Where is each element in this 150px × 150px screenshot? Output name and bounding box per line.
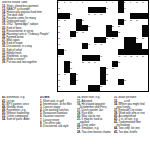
black-cell: [70, 73, 76, 79]
grid-cell[interactable]: [112, 49, 118, 55]
cell-number: 18: [100, 13, 102, 15]
grid-cell[interactable]: [88, 19, 94, 25]
cell-number: 15: [70, 13, 72, 15]
grid-cell[interactable]: [142, 79, 148, 85]
grid-cell[interactable]: 54: [94, 61, 100, 67]
across-clues-column: and the Round Table 12. Short, sleeveles…: [2, 1, 56, 94]
grid-cell[interactable]: [130, 79, 136, 85]
grid-cell[interactable]: [142, 67, 148, 73]
cell-number: 67: [58, 85, 60, 87]
clue-number: 39.: [2, 61, 7, 64]
grid-cell[interactable]: [94, 79, 100, 85]
grid-cell[interactable]: [88, 79, 94, 85]
cell-number: 66: [124, 79, 126, 81]
grid-cell[interactable]: [82, 73, 88, 79]
grid-cell[interactable]: [112, 55, 118, 61]
grid-cell[interactable]: 68: [100, 85, 106, 91]
cell-number: 25: [58, 25, 60, 27]
black-cell: [118, 1, 124, 7]
grid-cell[interactable]: [124, 67, 130, 73]
grid-cell[interactable]: [124, 13, 130, 19]
black-cell: [142, 49, 148, 55]
cell-number: 59: [58, 73, 60, 75]
grid-cell[interactable]: [76, 49, 82, 55]
cell-number: 57: [106, 67, 108, 69]
cell-number: 51: [70, 61, 72, 63]
grid-cell[interactable]: 34: [70, 37, 76, 43]
grid-cell[interactable]: [76, 61, 82, 67]
grid-cell[interactable]: [118, 85, 124, 91]
clue-number: 9.: [40, 124, 43, 127]
cell-number: 68: [100, 85, 102, 87]
grid-cell[interactable]: [100, 49, 106, 55]
grid-cell[interactable]: [64, 37, 70, 43]
black-cell: [70, 31, 76, 37]
cell-number: 41: [94, 43, 96, 45]
black-cell: [118, 79, 124, 85]
grid-cell[interactable]: 27: [112, 25, 118, 31]
grid-cell[interactable]: 8: [124, 1, 130, 7]
cell-number: 48: [130, 55, 132, 57]
cell-number: 14: [124, 7, 126, 9]
grid-cell[interactable]: 30: [76, 31, 82, 37]
black-cell: [124, 49, 130, 55]
cell-number: 61: [76, 73, 78, 75]
grid-cell[interactable]: 52: [82, 61, 88, 67]
grid-cell[interactable]: 53: [88, 61, 94, 67]
grid-cell[interactable]: [118, 37, 124, 43]
grid-cell[interactable]: [142, 19, 148, 25]
grid-cell[interactable]: 44: [58, 55, 64, 61]
black-cell: [130, 37, 136, 43]
grid-cell[interactable]: [112, 73, 118, 79]
grid-cell[interactable]: [106, 43, 112, 49]
cell-number: 27: [112, 25, 114, 27]
grid-cell[interactable]: [136, 85, 142, 91]
crossword-grid: 1234567891011121314151617181920212223242…: [57, 0, 149, 92]
grid-cell[interactable]: 21: [82, 19, 88, 25]
black-cell: [58, 13, 64, 19]
grid-cell[interactable]: 43: [64, 49, 70, 55]
grid-cell[interactable]: [136, 31, 142, 37]
grid-cell[interactable]: [88, 73, 94, 79]
grid-cell[interactable]: 49: [136, 55, 142, 61]
clue-number: 54.: [2, 118, 7, 121]
grid-cell[interactable]: [112, 79, 118, 85]
grid-cell[interactable]: 45: [100, 55, 106, 61]
grid-cell[interactable]: [70, 7, 76, 13]
black-cell: [130, 43, 136, 49]
black-cell: [118, 19, 124, 25]
black-cell: [106, 31, 112, 37]
cell-number: 7: [112, 1, 113, 3]
grid-cell[interactable]: 29: [58, 31, 64, 37]
black-cell: [100, 67, 106, 73]
grid-cell[interactable]: [94, 31, 100, 37]
across-clues-continued-column: 40. Bohemian, e.g.41. Let go47. BP's par…: [2, 96, 38, 149]
grid-cell[interactable]: [118, 43, 124, 49]
grid-cell[interactable]: [136, 25, 142, 31]
cell-number: 42: [100, 43, 102, 45]
cell-number: 53: [88, 61, 90, 63]
grid-cell[interactable]: [106, 49, 112, 55]
grid-cell[interactable]: 19: [58, 19, 64, 25]
black-cell: [100, 37, 106, 43]
grid-cell[interactable]: 1: [58, 1, 64, 7]
grid-cell[interactable]: [142, 43, 148, 49]
grid-cell[interactable]: 64: [76, 79, 82, 85]
black-cell: [142, 31, 148, 37]
cell-number: 38: [142, 37, 144, 39]
cell-number: 43: [64, 49, 66, 51]
grid-cell[interactable]: [58, 61, 64, 67]
grid-cell[interactable]: [82, 49, 88, 55]
clue-item: 9. Discovered, old-style: [40, 124, 75, 127]
grid-cell[interactable]: [112, 85, 118, 91]
grid-cell[interactable]: 31: [82, 31, 88, 37]
down-clues-column-1: DOWN1. Short putt, in golf2. Intermissio…: [40, 96, 76, 149]
black-cell: [118, 49, 124, 55]
black-cell: [130, 49, 136, 55]
grid-cell[interactable]: 23: [130, 19, 136, 25]
cell-number: 39: [58, 43, 60, 45]
down-clues-column-3: 31. Make possible32. ___ a roll34. Where…: [114, 96, 150, 149]
grid-cell[interactable]: 7: [112, 1, 118, 7]
black-cell: [118, 7, 124, 13]
black-cell: [100, 7, 106, 13]
grid-cell[interactable]: 11: [142, 1, 148, 7]
black-cell: [136, 43, 142, 49]
cell-number: 19: [58, 19, 60, 21]
cell-number: 31: [82, 31, 84, 33]
grid-cell[interactable]: [124, 61, 130, 67]
grid-cell[interactable]: [136, 7, 142, 13]
grid-cell[interactable]: [130, 85, 136, 91]
grid-cell[interactable]: 56: [70, 67, 76, 73]
grid-cell[interactable]: 65: [106, 79, 112, 85]
grid-cell[interactable]: [88, 1, 94, 7]
grid-cell[interactable]: 37: [136, 37, 142, 43]
black-cell: [136, 13, 142, 19]
grid-cell[interactable]: [112, 19, 118, 25]
cell-number: 29: [58, 31, 60, 33]
clue-item: 54. Sum of parts: Abbr.: [2, 118, 37, 121]
grid-cell[interactable]: 3: [70, 1, 76, 7]
grid-cell[interactable]: 25: [58, 25, 64, 31]
black-cell: [58, 49, 64, 55]
grid-cell[interactable]: 50: [142, 55, 148, 61]
grid-cell[interactable]: 22: [124, 19, 130, 25]
grid-cell[interactable]: [100, 61, 106, 67]
grid-cell[interactable]: 36: [112, 37, 118, 43]
clue-item: 45. Toy dog, briefly: [114, 130, 149, 133]
clue-number: 43.: [114, 121, 119, 124]
grid-cell[interactable]: [136, 61, 142, 67]
black-cell: [124, 37, 130, 43]
black-cell: [82, 25, 88, 31]
grid-cell[interactable]: 13: [106, 7, 112, 13]
grid-cell[interactable]: [70, 19, 76, 25]
cell-number: 8: [124, 1, 125, 3]
grid-cell[interactable]: 41: [94, 43, 100, 49]
grid-cell[interactable]: [82, 37, 88, 43]
grid-cell[interactable]: 35: [106, 37, 112, 43]
cell-number: 28: [118, 25, 120, 27]
grid-cell[interactable]: 24: [136, 19, 142, 25]
crossword-puzzle-page: and the Round Table 12. Short, sleeveles…: [0, 0, 150, 150]
cell-number: 10: [136, 1, 138, 3]
grid-cell[interactable]: [130, 7, 136, 13]
grid-cell[interactable]: 66: [124, 79, 130, 85]
cell-number: 4: [76, 1, 77, 3]
grid-cell[interactable]: 14: [124, 7, 130, 13]
cell-number: 13: [106, 7, 108, 9]
grid-cell[interactable]: [70, 43, 76, 49]
cell-number: 3: [70, 1, 71, 3]
grid-cell[interactable]: 28: [118, 25, 124, 31]
cell-number: 63: [58, 79, 60, 81]
grid-cell[interactable]: [94, 19, 100, 25]
cell-number: 37: [136, 37, 138, 39]
grid-cell[interactable]: [106, 85, 112, 91]
cell-number: 46: [118, 55, 120, 57]
grid-cell[interactable]: 42: [100, 43, 106, 49]
grid-cell[interactable]: 38: [142, 37, 148, 43]
grid-cell[interactable]: 17: [94, 13, 100, 19]
cell-number: 21: [82, 19, 84, 21]
cell-number: 62: [106, 73, 108, 75]
cell-number: 5: [82, 1, 83, 3]
grid-cell[interactable]: [64, 43, 70, 49]
cell-number: 44: [58, 55, 60, 57]
grid-cell[interactable]: [64, 55, 70, 61]
grid-cell[interactable]: [82, 7, 88, 13]
grid-cell[interactable]: [82, 13, 88, 19]
grid-cell[interactable]: [94, 1, 100, 7]
cell-number: 56: [70, 67, 72, 69]
grid-cell[interactable]: 20: [64, 19, 70, 25]
black-cell: [94, 85, 100, 91]
grid-cell[interactable]: [100, 19, 106, 25]
cell-number: 32: [118, 31, 120, 33]
cell-number: 52: [82, 61, 84, 63]
grid-cell[interactable]: [94, 49, 100, 55]
cell-number: 11: [142, 1, 144, 3]
cell-number: 33: [58, 37, 60, 39]
clue-item: 28. Two-time boxing champ: [77, 130, 112, 133]
grid-cell[interactable]: [142, 61, 148, 67]
cell-number: 40: [88, 43, 90, 45]
cell-number: 65: [106, 79, 108, 81]
grid-cell[interactable]: [142, 85, 148, 91]
grid-cell[interactable]: [112, 43, 118, 49]
cell-number: 1: [58, 1, 59, 3]
black-cell: [136, 49, 142, 55]
cell-number: 23: [130, 19, 132, 21]
grid-cell[interactable]: [64, 7, 70, 13]
cell-number: 16: [88, 13, 90, 15]
grid-cell[interactable]: 32: [118, 31, 124, 37]
grid-cell[interactable]: 16: [88, 13, 94, 19]
cell-number: 12: [58, 7, 60, 9]
grid-cell[interactable]: [100, 1, 106, 7]
grid-cell[interactable]: 55: [118, 61, 124, 67]
cell-number: 64: [76, 79, 78, 81]
cell-number: 2: [64, 1, 65, 3]
grid-cell[interactable]: [130, 25, 136, 31]
black-cell: [106, 25, 112, 31]
grid-cell[interactable]: 2: [64, 1, 70, 7]
cell-number: 17: [94, 13, 96, 15]
grid-cell[interactable]: [136, 73, 142, 79]
black-cell: [124, 43, 130, 49]
grid-cell[interactable]: 12: [58, 7, 64, 13]
grid-cell[interactable]: [88, 37, 94, 43]
grid-cell[interactable]: [70, 85, 76, 91]
grid-cell[interactable]: [64, 31, 70, 37]
black-cell: [100, 73, 106, 79]
grid-cell[interactable]: [94, 67, 100, 73]
grid-cell[interactable]: 39: [58, 43, 64, 49]
grid-cell[interactable]: [112, 7, 118, 13]
grid-cell[interactable]: [88, 67, 94, 73]
grid-cell[interactable]: 58: [112, 67, 118, 73]
black-cell: [82, 43, 88, 49]
cell-number: 35: [106, 37, 108, 39]
grid-cell[interactable]: 40: [88, 43, 94, 49]
grid-cell[interactable]: [82, 67, 88, 73]
grid-cell[interactable]: [106, 55, 112, 61]
grid-cell[interactable]: 26: [88, 25, 94, 31]
black-cell: [94, 37, 100, 43]
grid-cell[interactable]: [88, 49, 94, 55]
grid-cell[interactable]: 4: [76, 1, 82, 7]
clue-number: 28.: [77, 130, 82, 133]
grid-cell[interactable]: [130, 31, 136, 37]
black-cell: [88, 7, 94, 13]
grid-cell[interactable]: 67: [58, 85, 64, 91]
grid-cell[interactable]: [100, 31, 106, 37]
grid-cell[interactable]: 10: [136, 1, 142, 7]
grid-cell[interactable]: 5: [82, 1, 88, 7]
cell-number: 6: [106, 1, 107, 3]
grid-cell[interactable]: [64, 79, 70, 85]
grid-cell[interactable]: [64, 85, 70, 91]
cell-number: 34: [70, 37, 72, 39]
grid-cell[interactable]: [76, 55, 82, 61]
cell-number: 45: [100, 55, 102, 57]
grid-cell[interactable]: [130, 73, 136, 79]
cell-number: 20: [64, 19, 66, 21]
grid-cell[interactable]: [82, 79, 88, 85]
clue-item: 39. Put two and two together: [2, 61, 55, 64]
grid-cell[interactable]: 60: [64, 73, 70, 79]
black-cell: [142, 13, 148, 19]
grid-cell[interactable]: [112, 13, 118, 19]
grid-cell[interactable]: 33: [58, 37, 64, 43]
grid-cell[interactable]: [64, 25, 70, 31]
cell-number: 22: [124, 19, 126, 21]
grid-cell[interactable]: [118, 13, 124, 19]
grid-cell[interactable]: [70, 25, 76, 31]
grid-cell[interactable]: [118, 67, 124, 73]
grid-cell[interactable]: [94, 25, 100, 31]
cell-number: 55: [118, 61, 120, 63]
black-cell: [112, 31, 118, 37]
grid-cell[interactable]: [118, 73, 124, 79]
cell-number: 9: [130, 1, 131, 3]
grid-cell[interactable]: [130, 61, 136, 67]
grid-cell[interactable]: [76, 7, 82, 13]
grid-cell[interactable]: [142, 7, 148, 13]
grid-cell[interactable]: [100, 25, 106, 31]
grid-cell[interactable]: [94, 73, 100, 79]
clue-number: 45.: [114, 130, 119, 133]
grid-cell[interactable]: [124, 25, 130, 31]
grid-cell[interactable]: 9: [130, 1, 136, 7]
cell-number: 24: [136, 19, 138, 21]
grid-cell[interactable]: [76, 85, 82, 91]
grid-cell[interactable]: [136, 67, 142, 73]
cell-number: 60: [64, 73, 66, 75]
black-cell: [130, 13, 136, 19]
cell-number: 26: [88, 25, 90, 27]
grid-cell[interactable]: [130, 67, 136, 73]
grid-cell[interactable]: [106, 19, 112, 25]
grid-cell[interactable]: [76, 37, 82, 43]
black-cell: [64, 13, 70, 19]
clue-number: 16.: [77, 102, 82, 105]
grid-cell[interactable]: 18: [100, 13, 106, 19]
cell-number: 54: [94, 61, 96, 63]
cell-number: 47: [124, 55, 126, 57]
cell-number: 30: [76, 31, 78, 33]
grid-cell[interactable]: [124, 31, 130, 37]
cell-number: 49: [136, 55, 138, 57]
grid-cell[interactable]: [142, 73, 148, 79]
cell-number: 36: [112, 37, 114, 39]
grid-cell[interactable]: [82, 85, 88, 91]
black-cell: [142, 25, 148, 31]
grid-cell[interactable]: [76, 43, 82, 49]
black-cell: [76, 25, 82, 31]
black-cell: [94, 7, 100, 13]
grid-cell[interactable]: [76, 13, 82, 19]
grid-cell[interactable]: [124, 85, 130, 91]
grid-cell[interactable]: 6: [106, 1, 112, 7]
cell-number: 58: [112, 67, 114, 69]
grid-cell[interactable]: 15: [70, 13, 76, 19]
black-cell: [76, 19, 82, 25]
grid-cell[interactable]: [88, 31, 94, 37]
grid-cell[interactable]: 47: [124, 55, 130, 61]
grid-cell[interactable]: [70, 49, 76, 55]
grid-cell[interactable]: [106, 13, 112, 19]
black-cell: [88, 85, 94, 91]
clue-number: 34.: [114, 102, 119, 105]
black-cell: [70, 79, 76, 85]
grid-cell[interactable]: [136, 79, 142, 85]
grid-cell[interactable]: 48: [130, 55, 136, 61]
black-cell: [64, 61, 70, 67]
clue-number: 21.: [77, 118, 82, 121]
cell-number: 50: [142, 55, 144, 57]
down-clues-column-2: 10. More than, e.g.11. Adjusted16. He pl…: [77, 96, 113, 149]
